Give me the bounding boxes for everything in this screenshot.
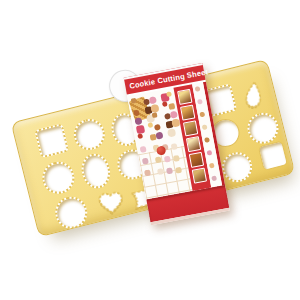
cutout-heart (96, 188, 127, 217)
collage-cookie-dot (156, 132, 164, 140)
cutout-square (257, 140, 287, 170)
strip-photo-tile (189, 152, 204, 168)
collage-cookie-dot (137, 133, 143, 139)
strip-photo-tile (180, 105, 195, 121)
cutout-circle (70, 115, 108, 153)
collage-cookie-dot (167, 128, 176, 137)
cutout-square (34, 123, 69, 158)
cutout-oval (78, 150, 114, 191)
mini-cookie-dot (195, 86, 201, 92)
collage-cookie-dot (167, 91, 173, 97)
collage-cookie-dot (162, 101, 168, 107)
collage-cookie-dot (147, 122, 153, 128)
strip-photo-tile (186, 136, 201, 152)
mini-cookie-dot (209, 163, 215, 169)
collage-cookie-dot (131, 98, 137, 104)
cutout-circle (219, 149, 255, 185)
collage-cookie-dot (149, 96, 157, 104)
cutout-teardrop (240, 79, 265, 110)
mini-cookie-dot (197, 99, 203, 105)
collage-cookie-dot (154, 124, 161, 131)
cookie-cutting-board: Cookie Cutting Sheet (11, 59, 296, 237)
collage-cookie-dot (134, 117, 142, 125)
mini-cookie-dot (206, 150, 212, 156)
mini-cookie-dot (202, 124, 208, 130)
strip-photo-tile (192, 167, 207, 183)
collage-cookie-dot (152, 112, 158, 118)
strip-photo-tile (177, 89, 192, 105)
mini-cookie-dot (204, 137, 210, 143)
mini-cookie-dot (211, 175, 217, 181)
strip-photo-tile (183, 120, 198, 136)
product-photo: Cookie Cutting Sheet (0, 0, 300, 300)
collage-cookie-dot (169, 103, 176, 110)
cutout-circle (39, 158, 78, 197)
cutout-circle (52, 193, 91, 232)
mini-cookie-dot (199, 112, 205, 118)
